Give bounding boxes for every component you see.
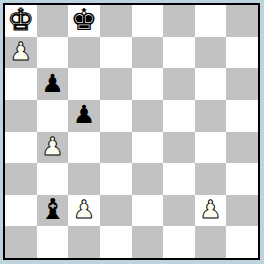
square-c7[interactable] (68, 37, 100, 69)
square-e8[interactable] (132, 5, 164, 37)
square-g2[interactable]: ♟ (195, 195, 227, 227)
square-e4[interactable] (132, 132, 164, 164)
white-pawn-g2[interactable]: ♟ (199, 197, 221, 222)
square-c3[interactable] (68, 163, 100, 195)
square-e3[interactable] (132, 163, 164, 195)
square-f2[interactable] (163, 195, 195, 227)
square-d4[interactable] (100, 132, 132, 164)
square-c1[interactable] (68, 226, 100, 258)
square-c5[interactable]: ♟ (68, 100, 100, 132)
square-e5[interactable] (132, 100, 164, 132)
square-a6[interactable] (5, 68, 37, 100)
black-pawn-c5[interactable]: ♟ (73, 102, 95, 127)
square-b2[interactable]: ♝ (37, 195, 69, 227)
square-d5[interactable] (100, 100, 132, 132)
square-d2[interactable] (100, 195, 132, 227)
square-g6[interactable] (195, 68, 227, 100)
square-a2[interactable] (5, 195, 37, 227)
diagram-background: { "game": "chess", "orientation": "white… (0, 0, 264, 264)
black-pawn-b6[interactable]: ♟ (41, 71, 63, 96)
square-d3[interactable] (100, 163, 132, 195)
square-b5[interactable] (37, 100, 69, 132)
square-g3[interactable] (195, 163, 227, 195)
square-c4[interactable] (68, 132, 100, 164)
chess-board: ♚♚♟♟♟♟♝♟♟ (5, 5, 258, 258)
square-f7[interactable] (163, 37, 195, 69)
square-f1[interactable] (163, 226, 195, 258)
square-h7[interactable] (226, 37, 258, 69)
square-g4[interactable] (195, 132, 227, 164)
square-d7[interactable] (100, 37, 132, 69)
square-b3[interactable] (37, 163, 69, 195)
square-a4[interactable] (5, 132, 37, 164)
square-b1[interactable] (37, 226, 69, 258)
square-f5[interactable] (163, 100, 195, 132)
white-pawn-b4[interactable]: ♟ (41, 134, 63, 159)
square-h6[interactable] (226, 68, 258, 100)
square-f8[interactable] (163, 5, 195, 37)
square-b6[interactable]: ♟ (37, 68, 69, 100)
square-a7[interactable]: ♟ (5, 37, 37, 69)
square-g7[interactable] (195, 37, 227, 69)
square-e6[interactable] (132, 68, 164, 100)
square-a1[interactable] (5, 226, 37, 258)
square-g8[interactable] (195, 5, 227, 37)
square-a5[interactable] (5, 100, 37, 132)
square-h4[interactable] (226, 132, 258, 164)
square-b8[interactable] (37, 5, 69, 37)
white-pawn-c2[interactable]: ♟ (73, 197, 95, 222)
square-d1[interactable] (100, 226, 132, 258)
white-king-a8[interactable]: ♚ (7, 5, 34, 35)
square-c6[interactable] (68, 68, 100, 100)
square-e7[interactable] (132, 37, 164, 69)
square-h1[interactable] (226, 226, 258, 258)
black-bishop-b2[interactable]: ♝ (39, 195, 65, 224)
square-f3[interactable] (163, 163, 195, 195)
square-d8[interactable] (100, 5, 132, 37)
square-e1[interactable] (132, 226, 164, 258)
square-g5[interactable] (195, 100, 227, 132)
square-h8[interactable] (226, 5, 258, 37)
square-e2[interactable] (132, 195, 164, 227)
square-b4[interactable]: ♟ (37, 132, 69, 164)
square-a3[interactable] (5, 163, 37, 195)
square-d6[interactable] (100, 68, 132, 100)
square-a8[interactable]: ♚ (5, 5, 37, 37)
square-h2[interactable] (226, 195, 258, 227)
square-c8[interactable]: ♚ (68, 5, 100, 37)
white-pawn-a7[interactable]: ♟ (10, 39, 32, 64)
square-h3[interactable] (226, 163, 258, 195)
square-b7[interactable] (37, 37, 69, 69)
square-h5[interactable] (226, 100, 258, 132)
square-c2[interactable]: ♟ (68, 195, 100, 227)
black-king-c8[interactable]: ♚ (71, 5, 98, 35)
square-f4[interactable] (163, 132, 195, 164)
square-g1[interactable] (195, 226, 227, 258)
square-f6[interactable] (163, 68, 195, 100)
chess-board-frame: ♚♚♟♟♟♟♝♟♟ (3, 3, 260, 260)
